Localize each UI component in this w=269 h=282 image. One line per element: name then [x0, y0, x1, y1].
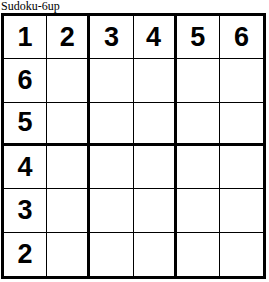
cell-r6c3-empty[interactable] — [90, 233, 133, 276]
cell-r2c5-empty[interactable] — [177, 59, 220, 102]
cell-r3c5-empty[interactable] — [177, 103, 220, 146]
cell-r4c5-empty[interactable] — [177, 146, 220, 189]
cell-r5c5-empty[interactable] — [177, 189, 220, 232]
cell-r3c1-given: 5 — [4, 103, 47, 146]
cell-r3c6-empty[interactable] — [220, 103, 263, 146]
cell-r4c3-empty[interactable] — [90, 146, 133, 189]
cell-r5c3-empty[interactable] — [90, 189, 133, 232]
cell-r3c4-empty[interactable] — [134, 103, 177, 146]
cell-r2c1-given: 6 — [4, 59, 47, 102]
cell-r3c3-empty[interactable] — [90, 103, 133, 146]
cell-r1c1-given: 1 — [4, 16, 47, 59]
cell-r2c4-empty[interactable] — [134, 59, 177, 102]
cell-r2c6-empty[interactable] — [220, 59, 263, 102]
cell-r5c6-empty[interactable] — [220, 189, 263, 232]
cell-r1c4-given: 4 — [134, 16, 177, 59]
sudoku-board: 12345665432 — [1, 13, 266, 279]
cell-r4c6-empty[interactable] — [220, 146, 263, 189]
cell-r6c4-empty[interactable] — [134, 233, 177, 276]
cell-r2c2-empty[interactable] — [47, 59, 90, 102]
cell-r5c4-empty[interactable] — [134, 189, 177, 232]
cell-r1c5-given: 5 — [177, 16, 220, 59]
cell-r2c3-empty[interactable] — [90, 59, 133, 102]
cell-r4c1-given: 4 — [4, 146, 47, 189]
cell-r4c2-empty[interactable] — [47, 146, 90, 189]
cell-r3c2-empty[interactable] — [47, 103, 90, 146]
cell-r1c6-given: 6 — [220, 16, 263, 59]
cell-r5c2-empty[interactable] — [47, 189, 90, 232]
cell-r6c1-given: 2 — [4, 233, 47, 276]
cell-r6c2-empty[interactable] — [47, 233, 90, 276]
cell-r1c3-given: 3 — [90, 16, 133, 59]
cell-r5c1-given: 3 — [4, 189, 47, 232]
cell-r6c5-empty[interactable] — [177, 233, 220, 276]
cell-r1c2-given: 2 — [47, 16, 90, 59]
cell-r6c6-empty[interactable] — [220, 233, 263, 276]
page-title: Sudoku-6up — [1, 0, 60, 13]
cell-r4c4-empty[interactable] — [134, 146, 177, 189]
